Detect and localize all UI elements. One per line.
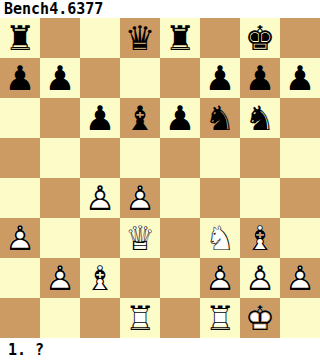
square-a4[interactable] — [0, 178, 40, 218]
white-pawn-icon[interactable]: ♟♙ — [280, 258, 320, 298]
square-d7[interactable] — [120, 58, 160, 98]
black-queen-icon[interactable]: ♛ — [120, 18, 160, 58]
white-bishop-icon[interactable]: ♝♗ — [80, 258, 120, 298]
black-pawn-icon[interactable]: ♟ — [240, 58, 280, 98]
white-pawn-icon[interactable]: ♟♙ — [240, 258, 280, 298]
piece-outline: ♙ — [280, 258, 320, 298]
square-h6[interactable] — [280, 98, 320, 138]
square-h7[interactable]: ♟ — [280, 58, 320, 98]
square-c2[interactable]: ♝♗ — [80, 258, 120, 298]
black-rook-icon[interactable]: ♜ — [0, 18, 40, 58]
square-g4[interactable] — [240, 178, 280, 218]
square-d4[interactable]: ♟♙ — [120, 178, 160, 218]
piece-outline: ♙ — [80, 178, 120, 218]
square-c5[interactable] — [80, 138, 120, 178]
piece-outline: ♖ — [120, 298, 160, 338]
black-king-icon[interactable]: ♚ — [240, 18, 280, 58]
black-pawn-icon[interactable]: ♟ — [280, 58, 320, 98]
square-h2[interactable]: ♟♙ — [280, 258, 320, 298]
black-bishop-icon[interactable]: ♝ — [120, 98, 160, 138]
square-d3[interactable]: ♛♕ — [120, 218, 160, 258]
square-c4[interactable]: ♟♙ — [80, 178, 120, 218]
square-e4[interactable] — [160, 178, 200, 218]
square-g3[interactable]: ♝♗ — [240, 218, 280, 258]
square-b3[interactable] — [40, 218, 80, 258]
square-f1[interactable]: ♜♖ — [200, 298, 240, 338]
square-b7[interactable]: ♟ — [40, 58, 80, 98]
square-g2[interactable]: ♟♙ — [240, 258, 280, 298]
square-g8[interactable]: ♚ — [240, 18, 280, 58]
square-f4[interactable] — [200, 178, 240, 218]
square-c1[interactable] — [80, 298, 120, 338]
square-a2[interactable] — [0, 258, 40, 298]
piece-outline: ♙ — [240, 258, 280, 298]
square-d1[interactable]: ♜♖ — [120, 298, 160, 338]
square-h5[interactable] — [280, 138, 320, 178]
white-pawn-icon[interactable]: ♟♙ — [0, 218, 40, 258]
square-a6[interactable] — [0, 98, 40, 138]
piece-outline: ♙ — [0, 218, 40, 258]
square-c3[interactable] — [80, 218, 120, 258]
white-king-icon[interactable]: ♚♔ — [240, 298, 280, 338]
piece-outline: ♔ — [240, 298, 280, 338]
white-rook-icon[interactable]: ♜♖ — [120, 298, 160, 338]
square-d6[interactable]: ♝ — [120, 98, 160, 138]
square-f7[interactable]: ♟ — [200, 58, 240, 98]
black-pawn-icon[interactable]: ♟ — [40, 58, 80, 98]
piece-outline: ♙ — [200, 258, 240, 298]
square-e2[interactable] — [160, 258, 200, 298]
square-f5[interactable] — [200, 138, 240, 178]
square-f3[interactable]: ♞♘ — [200, 218, 240, 258]
square-e7[interactable] — [160, 58, 200, 98]
black-pawn-icon[interactable]: ♟ — [160, 98, 200, 138]
piece-outline: ♗ — [80, 258, 120, 298]
white-rook-icon[interactable]: ♜♖ — [200, 298, 240, 338]
square-c8[interactable] — [80, 18, 120, 58]
white-pawn-icon[interactable]: ♟♙ — [200, 258, 240, 298]
square-b2[interactable]: ♟♙ — [40, 258, 80, 298]
white-pawn-icon[interactable]: ♟♙ — [80, 178, 120, 218]
square-d8[interactable]: ♛ — [120, 18, 160, 58]
square-h3[interactable] — [280, 218, 320, 258]
square-a1[interactable] — [0, 298, 40, 338]
chess-board: ♜♛♜♚♟♟♟♟♟♟♝♟♞♞♟♙♟♙♟♙♛♕♞♘♝♗♟♙♝♗♟♙♟♙♟♙♜♖♜♖… — [0, 18, 320, 338]
square-d2[interactable] — [120, 258, 160, 298]
square-h4[interactable] — [280, 178, 320, 218]
square-e3[interactable] — [160, 218, 200, 258]
square-h1[interactable] — [280, 298, 320, 338]
square-a8[interactable]: ♜ — [0, 18, 40, 58]
square-e8[interactable]: ♜ — [160, 18, 200, 58]
square-e6[interactable]: ♟ — [160, 98, 200, 138]
square-f2[interactable]: ♟♙ — [200, 258, 240, 298]
black-knight-icon[interactable]: ♞ — [200, 98, 240, 138]
square-b6[interactable] — [40, 98, 80, 138]
square-a7[interactable]: ♟ — [0, 58, 40, 98]
square-b1[interactable] — [40, 298, 80, 338]
white-pawn-icon[interactable]: ♟♙ — [120, 178, 160, 218]
square-f6[interactable]: ♞ — [200, 98, 240, 138]
square-b5[interactable] — [40, 138, 80, 178]
square-f8[interactable] — [200, 18, 240, 58]
square-b8[interactable] — [40, 18, 80, 58]
square-g7[interactable]: ♟ — [240, 58, 280, 98]
square-b4[interactable] — [40, 178, 80, 218]
move-prompt: 1. ? — [0, 338, 320, 360]
square-c7[interactable] — [80, 58, 120, 98]
window-title: Bench4.6377 — [0, 0, 320, 18]
white-queen-icon[interactable]: ♛♕ — [120, 218, 160, 258]
piece-outline: ♖ — [200, 298, 240, 338]
white-knight-icon[interactable]: ♞♘ — [200, 218, 240, 258]
square-h8[interactable] — [280, 18, 320, 58]
black-pawn-icon[interactable]: ♟ — [200, 58, 240, 98]
white-pawn-icon[interactable]: ♟♙ — [40, 258, 80, 298]
piece-outline: ♙ — [40, 258, 80, 298]
square-d5[interactable] — [120, 138, 160, 178]
black-rook-icon[interactable]: ♜ — [160, 18, 200, 58]
square-a5[interactable] — [0, 138, 40, 178]
white-bishop-icon[interactable]: ♝♗ — [240, 218, 280, 258]
piece-outline: ♗ — [240, 218, 280, 258]
piece-outline: ♘ — [200, 218, 240, 258]
square-g1[interactable]: ♚♔ — [240, 298, 280, 338]
black-knight-icon[interactable]: ♞ — [240, 98, 280, 138]
black-pawn-icon[interactable]: ♟ — [80, 98, 120, 138]
square-g5[interactable] — [240, 138, 280, 178]
square-a3[interactable]: ♟♙ — [0, 218, 40, 258]
piece-outline: ♙ — [120, 178, 160, 218]
square-g6[interactable]: ♞ — [240, 98, 280, 138]
square-e5[interactable] — [160, 138, 200, 178]
black-pawn-icon[interactable]: ♟ — [0, 58, 40, 98]
square-e1[interactable] — [160, 298, 200, 338]
square-c6[interactable]: ♟ — [80, 98, 120, 138]
chess-app: Bench4.6377 ♜♛♜♚♟♟♟♟♟♟♝♟♞♞♟♙♟♙♟♙♛♕♞♘♝♗♟♙… — [0, 0, 320, 360]
piece-outline: ♕ — [120, 218, 160, 258]
